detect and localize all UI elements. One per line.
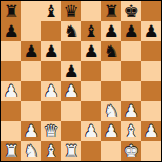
square-f3[interactable]: ♞ xyxy=(101,101,121,121)
square-e6[interactable]: ♟ xyxy=(81,41,101,61)
square-h2[interactable]: ♟ xyxy=(141,121,161,141)
square-e2[interactable]: ♟ xyxy=(81,121,101,141)
black-bishop-c8[interactable]: ♝ xyxy=(43,2,58,19)
square-c3[interactable] xyxy=(41,101,61,121)
square-f7[interactable]: ♟ xyxy=(101,21,121,41)
black-pawn-f7[interactable]: ♟ xyxy=(103,22,118,39)
square-a7[interactable]: ♟ xyxy=(1,21,21,41)
square-b7[interactable] xyxy=(21,21,41,41)
black-pawn-e6[interactable]: ♟ xyxy=(83,42,98,59)
square-d8[interactable]: ♛ xyxy=(61,1,81,21)
square-c7[interactable] xyxy=(41,21,61,41)
square-g1[interactable]: ♚ xyxy=(121,141,141,161)
white-pawn-g3[interactable]: ♟ xyxy=(123,102,138,119)
black-king-g8[interactable]: ♚ xyxy=(123,2,138,19)
white-pawn-a4[interactable]: ♟ xyxy=(3,82,18,99)
black-bishop-e7[interactable]: ♝ xyxy=(83,22,98,39)
square-f6[interactable]: ♞ xyxy=(101,41,121,61)
square-d3[interactable] xyxy=(61,101,81,121)
square-g2[interactable]: ♝ xyxy=(121,121,141,141)
black-rook-f8[interactable]: ♜ xyxy=(103,2,118,19)
square-c4[interactable]: ♟ xyxy=(41,81,61,101)
square-h6[interactable] xyxy=(141,41,161,61)
white-king-g1[interactable]: ♚ xyxy=(123,142,138,159)
square-f8[interactable]: ♜ xyxy=(101,1,121,21)
square-h5[interactable] xyxy=(141,61,161,81)
square-f2[interactable]: ♟ xyxy=(101,121,121,141)
square-h8[interactable] xyxy=(141,1,161,21)
square-a6[interactable] xyxy=(1,41,21,61)
square-b6[interactable]: ♟ xyxy=(21,41,41,61)
square-e8[interactable] xyxy=(81,1,101,21)
square-f1[interactable] xyxy=(101,141,121,161)
square-d7[interactable]: ♞ xyxy=(61,21,81,41)
square-a8[interactable]: ♜ xyxy=(1,1,21,21)
white-pawn-h2[interactable]: ♟ xyxy=(143,122,158,139)
square-a1[interactable]: ♜ xyxy=(1,141,21,161)
white-pawn-d4[interactable]: ♟ xyxy=(63,82,78,99)
white-bishop-g2[interactable]: ♝ xyxy=(123,122,138,139)
square-h4[interactable] xyxy=(141,81,161,101)
square-g7[interactable]: ♟ xyxy=(121,21,141,41)
square-b1[interactable]: ♞ xyxy=(21,141,41,161)
square-d5[interactable]: ♟ xyxy=(61,61,81,81)
square-a5[interactable] xyxy=(1,61,21,81)
square-h3[interactable] xyxy=(141,101,161,121)
square-c6[interactable]: ♟ xyxy=(41,41,61,61)
black-pawn-g7[interactable]: ♟ xyxy=(123,22,138,39)
square-b4[interactable] xyxy=(21,81,41,101)
square-h7[interactable]: ♟ xyxy=(141,21,161,41)
square-f5[interactable] xyxy=(101,61,121,81)
white-rook-d1[interactable]: ♜ xyxy=(63,142,78,159)
square-a2[interactable] xyxy=(1,121,21,141)
square-d1[interactable]: ♜ xyxy=(61,141,81,161)
square-g5[interactable] xyxy=(121,61,141,81)
white-pawn-f2[interactable]: ♟ xyxy=(103,122,118,139)
black-rook-a8[interactable]: ♜ xyxy=(3,2,18,19)
black-pawn-b6[interactable]: ♟ xyxy=(23,42,38,59)
square-b3[interactable] xyxy=(21,101,41,121)
square-d6[interactable] xyxy=(61,41,81,61)
square-d2[interactable] xyxy=(61,121,81,141)
square-a3[interactable] xyxy=(1,101,21,121)
square-g6[interactable] xyxy=(121,41,141,61)
square-f4[interactable] xyxy=(101,81,121,101)
white-pawn-b2[interactable]: ♟ xyxy=(23,122,38,139)
square-g8[interactable]: ♚ xyxy=(121,1,141,21)
black-pawn-a7[interactable]: ♟ xyxy=(3,22,18,39)
square-e4[interactable] xyxy=(81,81,101,101)
square-g3[interactable]: ♟ xyxy=(121,101,141,121)
white-knight-b1[interactable]: ♞ xyxy=(23,142,38,159)
white-bishop-c1[interactable]: ♝ xyxy=(43,142,58,159)
square-b8[interactable] xyxy=(21,1,41,21)
square-c5[interactable] xyxy=(41,61,61,81)
square-a4[interactable]: ♟ xyxy=(1,81,21,101)
square-h1[interactable] xyxy=(141,141,161,161)
white-rook-a1[interactable]: ♜ xyxy=(3,142,18,159)
square-e7[interactable]: ♝ xyxy=(81,21,101,41)
black-pawn-d5[interactable]: ♟ xyxy=(63,62,78,79)
square-b2[interactable]: ♟ xyxy=(21,121,41,141)
black-pawn-h7[interactable]: ♟ xyxy=(143,22,158,39)
white-pawn-e2[interactable]: ♟ xyxy=(83,122,98,139)
square-g4[interactable] xyxy=(121,81,141,101)
square-c1[interactable]: ♝ xyxy=(41,141,61,161)
square-c2[interactable]: ♛ xyxy=(41,121,61,141)
white-knight-f3[interactable]: ♞ xyxy=(103,102,118,119)
square-d4[interactable]: ♟ xyxy=(61,81,81,101)
black-queen-d8[interactable]: ♛ xyxy=(63,2,78,19)
square-e1[interactable] xyxy=(81,141,101,161)
black-knight-d7[interactable]: ♞ xyxy=(63,22,78,39)
white-queen-c2[interactable]: ♛ xyxy=(43,122,58,139)
square-e3[interactable] xyxy=(81,101,101,121)
square-b5[interactable] xyxy=(21,61,41,81)
square-e5[interactable] xyxy=(81,61,101,81)
black-pawn-c6[interactable]: ♟ xyxy=(43,42,58,59)
black-knight-f6[interactable]: ♞ xyxy=(103,42,118,59)
square-c8[interactable]: ♝ xyxy=(41,1,61,21)
white-pawn-c4[interactable]: ♟ xyxy=(43,82,58,99)
chess-board-frame: ♜♝♛♜♚♟♞♝♟♟♟♟♟♟♞♟♟♟♟♞♟♟♛♟♟♝♟♜♞♝♜♚ xyxy=(0,0,162,162)
chess-board: ♜♝♛♜♚♟♞♝♟♟♟♟♟♟♞♟♟♟♟♞♟♟♛♟♟♝♟♜♞♝♜♚ xyxy=(1,1,161,161)
